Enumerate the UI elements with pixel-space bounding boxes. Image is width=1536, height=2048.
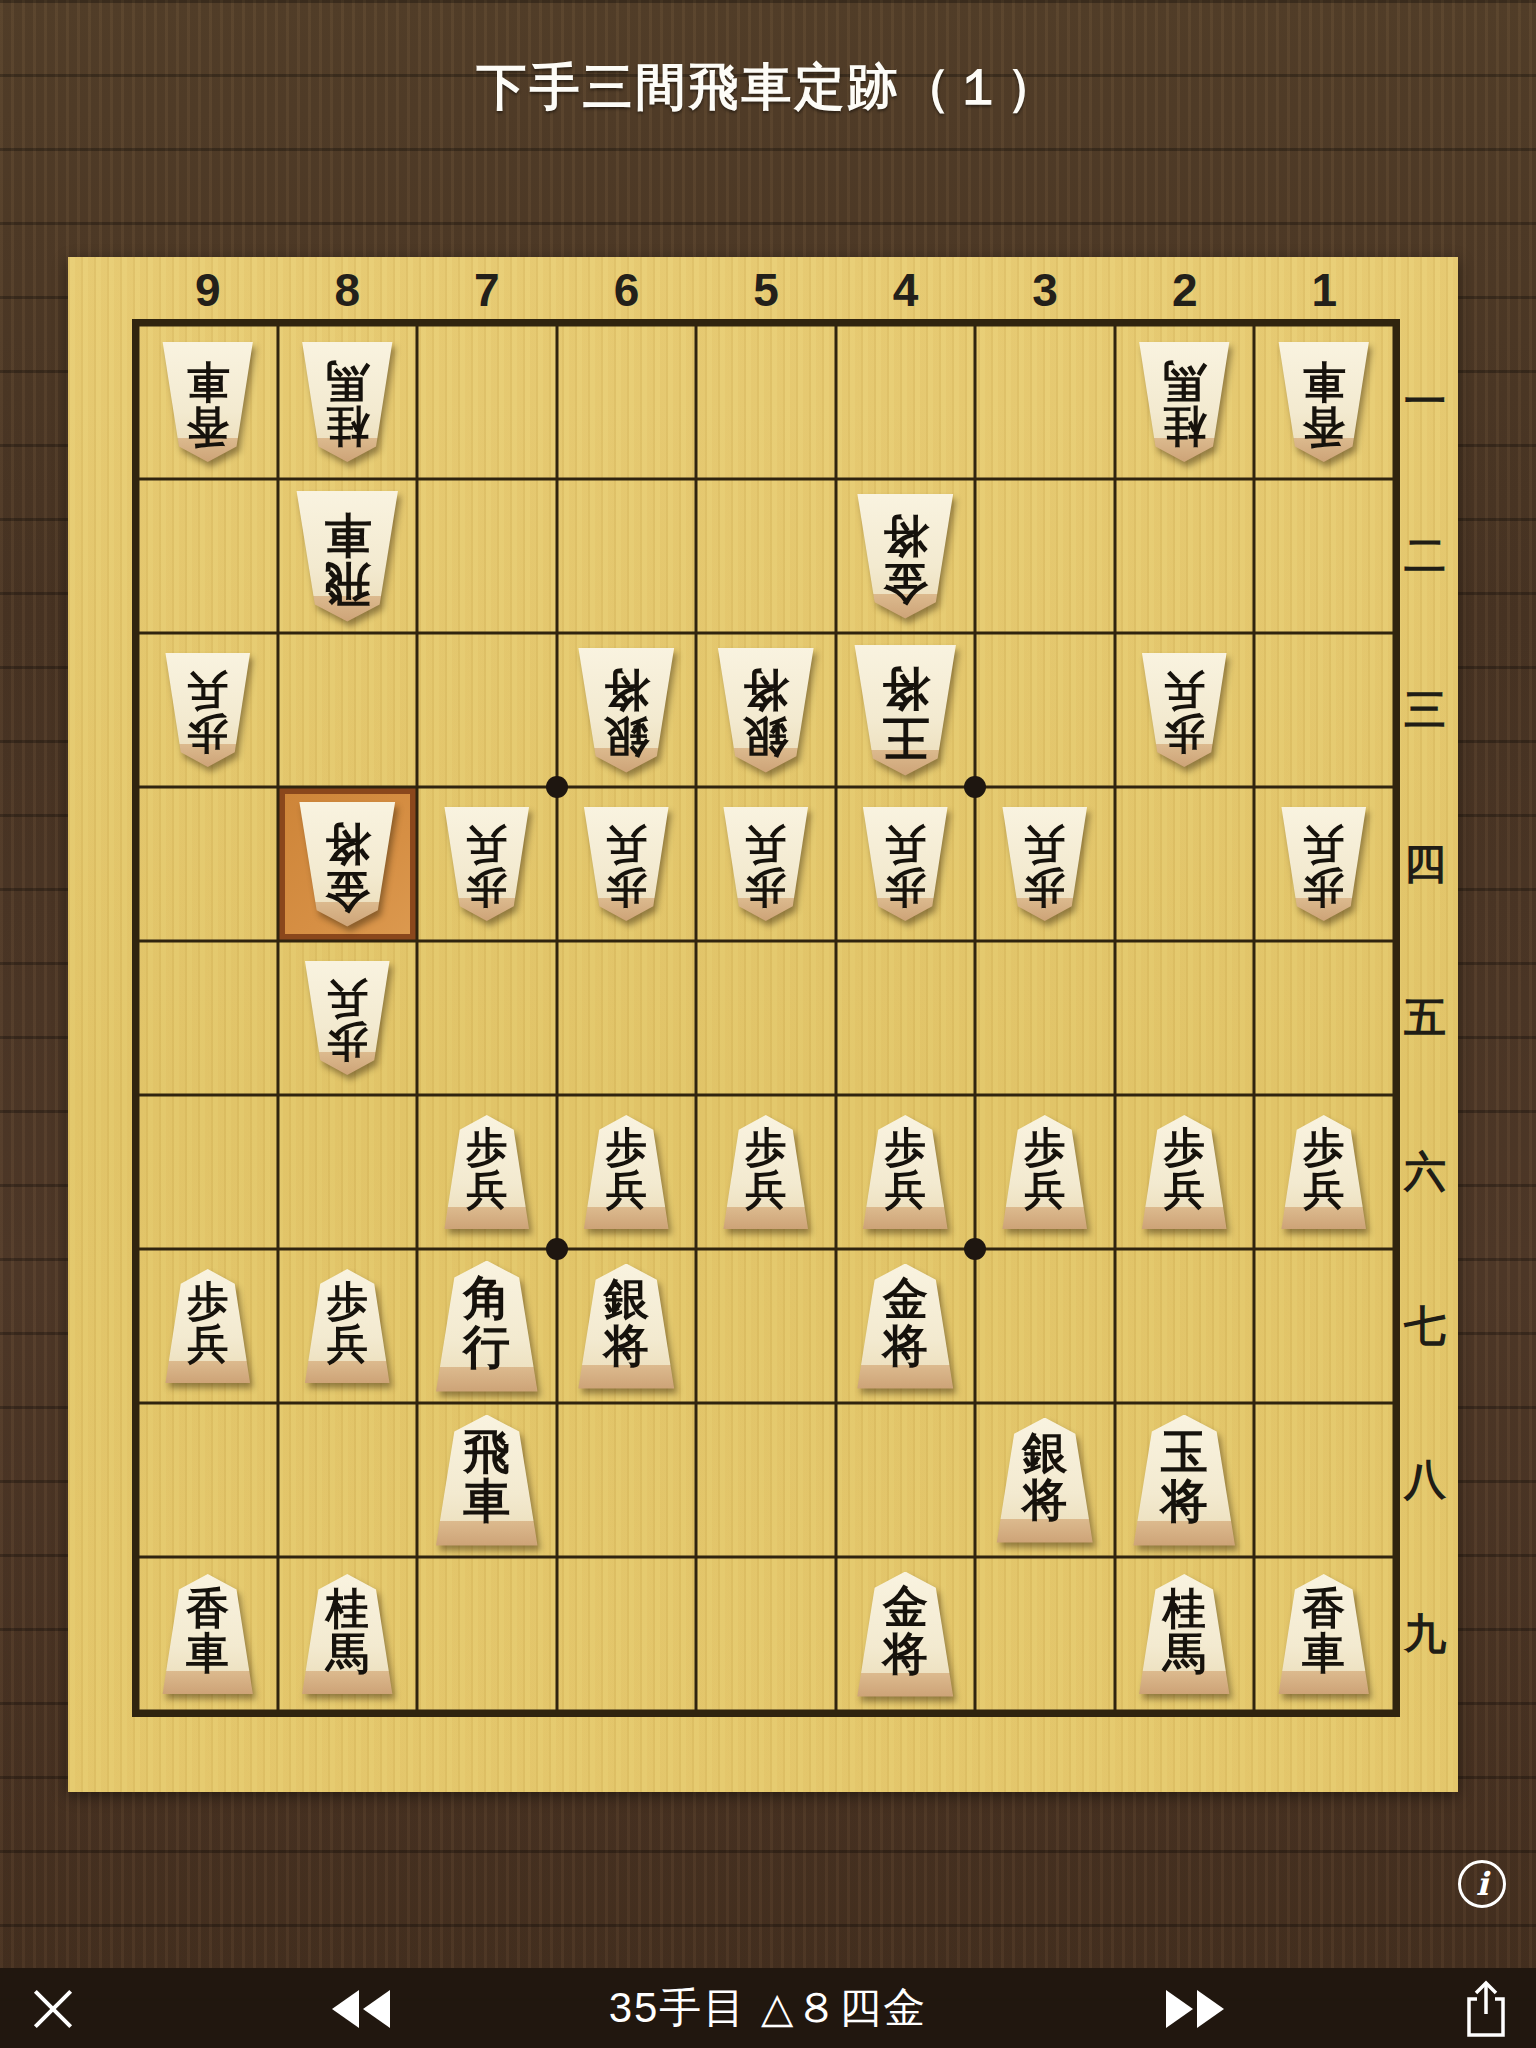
- square-4三: 王将: [836, 633, 976, 787]
- square-5三: 銀将: [696, 633, 836, 787]
- square-5二: [696, 479, 836, 633]
- file-label-4: 4: [836, 257, 976, 323]
- square-3四: 歩兵: [975, 787, 1115, 941]
- square-4五: [836, 941, 976, 1095]
- piece-kanji: 金将: [883, 512, 928, 606]
- piece-kanji: 歩兵: [745, 1126, 786, 1211]
- piece-gote-knight: 桂馬: [1136, 342, 1232, 462]
- piece-kanji: 歩兵: [466, 1126, 507, 1211]
- square-9五: [138, 941, 278, 1095]
- piece-kanji: 歩兵: [1024, 1126, 1065, 1211]
- square-1六: 歩兵: [1254, 1095, 1394, 1249]
- square-8七: 歩兵: [278, 1249, 418, 1403]
- piece-gote-gold: 金将: [296, 802, 398, 927]
- piece-kanji: 香車: [186, 360, 229, 449]
- piece-wrap: 歩兵: [1279, 807, 1369, 921]
- square-2七: [1115, 1249, 1255, 1403]
- piece-wrap: 歩兵: [163, 653, 253, 767]
- square-3三: [975, 633, 1115, 787]
- fast-forward-button[interactable]: [1166, 1990, 1224, 2028]
- piece-kanji: 金将: [325, 820, 370, 914]
- square-8四: 金将: [278, 787, 418, 941]
- piece-kanji: 飛車: [463, 1428, 510, 1526]
- square-3六: 歩兵: [975, 1095, 1115, 1249]
- square-3一: [975, 325, 1115, 479]
- square-7八: 飛車: [417, 1403, 557, 1557]
- piece-gote-silver: 銀将: [715, 648, 817, 773]
- piece-kanji: 桂馬: [1163, 360, 1206, 449]
- piece-kanji: 歩兵: [466, 824, 507, 909]
- square-5四: 歩兵: [696, 787, 836, 941]
- square-1三: [1254, 633, 1394, 787]
- fast-forward-icon: [1197, 1990, 1224, 2028]
- piece-kanji: 歩兵: [885, 1126, 926, 1211]
- square-3八: 銀将: [975, 1403, 1115, 1557]
- piece-kanji: 歩兵: [606, 1126, 647, 1211]
- file-label-6: 6: [557, 257, 697, 323]
- piece-kanji: 歩兵: [1164, 670, 1205, 755]
- square-6四: 歩兵: [557, 787, 697, 941]
- piece-kanji: 歩兵: [187, 1280, 228, 1365]
- piece-kanji: 香車: [1302, 1586, 1345, 1675]
- piece-gote-rook: 飛車: [293, 491, 401, 622]
- rank-label-六: 六: [1394, 1095, 1456, 1249]
- square-9四: [138, 787, 278, 941]
- piece-kanji: 王将: [882, 664, 929, 762]
- square-7九: [417, 1557, 557, 1711]
- square-7七: 角行: [417, 1249, 557, 1403]
- piece-sente-pawn: 歩兵: [1000, 1115, 1090, 1229]
- piece-gote-lance: 香車: [1276, 342, 1372, 462]
- piece-kanji: 金将: [883, 1276, 928, 1370]
- rank-label-四: 四: [1394, 787, 1456, 941]
- piece-gote-silver: 銀将: [575, 648, 677, 773]
- square-9一: 香車: [138, 325, 278, 479]
- square-8五: 歩兵: [278, 941, 418, 1095]
- piece-sente-king: 玉将: [1130, 1415, 1238, 1546]
- info-button[interactable]: i: [1458, 1860, 1506, 1908]
- piece-wrap: 金将: [854, 1572, 956, 1697]
- piece-wrap: 飛車: [293, 491, 401, 622]
- piece-sente-gold: 金将: [854, 1572, 956, 1697]
- square-7五: [417, 941, 557, 1095]
- rank-label-八: 八: [1394, 1403, 1456, 1557]
- square-6二: [557, 479, 697, 633]
- piece-gote-pawn: 歩兵: [581, 807, 671, 921]
- piece-sente-pawn: 歩兵: [1139, 1115, 1229, 1229]
- square-9三: 歩兵: [138, 633, 278, 787]
- piece-gote-lance: 香車: [160, 342, 256, 462]
- square-2九: 桂馬: [1115, 1557, 1255, 1711]
- square-7一: [417, 325, 557, 479]
- square-2四: [1115, 787, 1255, 941]
- piece-wrap: 歩兵: [1000, 1115, 1090, 1229]
- piece-wrap: 銀将: [575, 1264, 677, 1389]
- file-label-3: 3: [975, 257, 1115, 323]
- piece-wrap: 歩兵: [442, 1115, 532, 1229]
- square-4四: 歩兵: [836, 787, 976, 941]
- piece-kanji: 歩兵: [1303, 1126, 1344, 1211]
- square-5九: [696, 1557, 836, 1711]
- file-label-1: 1: [1255, 257, 1395, 323]
- square-5七: [696, 1249, 836, 1403]
- piece-sente-pawn: 歩兵: [163, 1269, 253, 1383]
- piece-kanji: 銀将: [604, 1276, 649, 1370]
- piece-kanji: 歩兵: [187, 670, 228, 755]
- piece-wrap: 歩兵: [1139, 653, 1229, 767]
- square-7三: [417, 633, 557, 787]
- piece-gote-pawn: 歩兵: [163, 653, 253, 767]
- piece-wrap: 王将: [851, 645, 959, 776]
- piece-wrap: 銀将: [994, 1418, 1096, 1543]
- square-8八: [278, 1403, 418, 1557]
- piece-wrap: 歩兵: [721, 1115, 811, 1229]
- square-9八: [138, 1403, 278, 1557]
- square-8九: 桂馬: [278, 1557, 418, 1711]
- piece-wrap: 香車: [160, 342, 256, 462]
- square-5一: [696, 325, 836, 479]
- piece-gote-pawn: 歩兵: [302, 961, 392, 1075]
- square-6六: 歩兵: [557, 1095, 697, 1249]
- square-2六: 歩兵: [1115, 1095, 1255, 1249]
- square-2三: 歩兵: [1115, 633, 1255, 787]
- piece-wrap: 香車: [1276, 342, 1372, 462]
- square-9九: 香車: [138, 1557, 278, 1711]
- square-4七: 金将: [836, 1249, 976, 1403]
- square-5八: [696, 1403, 836, 1557]
- square-1七: [1254, 1249, 1394, 1403]
- piece-sente-knight: 桂馬: [299, 1574, 395, 1694]
- square-2八: 玉将: [1115, 1403, 1255, 1557]
- square-3七: [975, 1249, 1115, 1403]
- piece-kanji: 玉将: [1161, 1428, 1208, 1526]
- square-4六: 歩兵: [836, 1095, 976, 1249]
- square-8六: [278, 1095, 418, 1249]
- rank-label-一: 一: [1394, 325, 1456, 479]
- file-labels: 987654321: [138, 257, 1394, 323]
- piece-wrap: 歩兵: [302, 1269, 392, 1383]
- piece-kanji: 角行: [463, 1274, 510, 1372]
- piece-wrap: 歩兵: [302, 961, 392, 1075]
- square-4八: [836, 1403, 976, 1557]
- file-label-2: 2: [1115, 257, 1255, 323]
- piece-kanji: 桂馬: [326, 360, 369, 449]
- square-1八: [1254, 1403, 1394, 1557]
- piece-gote-pawn: 歩兵: [1139, 653, 1229, 767]
- piece-wrap: 金将: [854, 1264, 956, 1389]
- file-label-8: 8: [278, 257, 418, 323]
- piece-wrap: 角行: [433, 1261, 541, 1392]
- square-5六: 歩兵: [696, 1095, 836, 1249]
- piece-gote-gold: 金将: [854, 494, 956, 619]
- square-1一: 香車: [1254, 325, 1394, 479]
- square-9二: [138, 479, 278, 633]
- piece-sente-silver: 銀将: [575, 1264, 677, 1389]
- square-1五: [1254, 941, 1394, 1095]
- square-9六: [138, 1095, 278, 1249]
- piece-wrap: 桂馬: [299, 342, 395, 462]
- piece-sente-pawn: 歩兵: [442, 1115, 532, 1229]
- file-label-7: 7: [417, 257, 557, 323]
- square-6七: 銀将: [557, 1249, 697, 1403]
- piece-sente-gold: 金将: [854, 1264, 956, 1389]
- piece-gote-pawn: 歩兵: [442, 807, 532, 921]
- piece-sente-rook: 飛車: [433, 1415, 541, 1546]
- piece-kanji: 銀将: [604, 666, 649, 760]
- square-6三: 銀将: [557, 633, 697, 787]
- rank-label-七: 七: [1394, 1249, 1456, 1403]
- piece-kanji: 銀将: [743, 666, 788, 760]
- piece-kanji: 飛車: [324, 510, 371, 608]
- piece-wrap: 桂馬: [1136, 342, 1232, 462]
- piece-kanji: 香車: [1302, 360, 1345, 449]
- piece-gote-pawn: 歩兵: [721, 807, 811, 921]
- piece-wrap: 金将: [854, 494, 956, 619]
- piece-wrap: 玉将: [1130, 1415, 1238, 1546]
- piece-wrap: 歩兵: [442, 807, 532, 921]
- piece-wrap: 歩兵: [581, 1115, 671, 1229]
- square-2一: 桂馬: [1115, 325, 1255, 479]
- piece-sente-bishop: 角行: [433, 1261, 541, 1392]
- piece-wrap: 桂馬: [1136, 1574, 1232, 1694]
- piece-sente-pawn: 歩兵: [721, 1115, 811, 1229]
- piece-kanji: 金将: [883, 1584, 928, 1678]
- square-4九: 金将: [836, 1557, 976, 1711]
- piece-kanji: 歩兵: [1164, 1126, 1205, 1211]
- piece-kanji: 歩兵: [745, 824, 786, 909]
- rank-label-二: 二: [1394, 479, 1456, 633]
- piece-wrap: 歩兵: [1279, 1115, 1369, 1229]
- piece-kanji: 歩兵: [606, 824, 647, 909]
- piece-kanji: 歩兵: [327, 1280, 368, 1365]
- square-2五: [1115, 941, 1255, 1095]
- piece-sente-knight: 桂馬: [1136, 1574, 1232, 1694]
- share-button[interactable]: [1462, 1980, 1510, 2038]
- page-title: 下手三間飛車定跡（１）: [0, 54, 1536, 121]
- piece-wrap: 銀将: [715, 648, 817, 773]
- square-1九: 香車: [1254, 1557, 1394, 1711]
- square-7四: 歩兵: [417, 787, 557, 941]
- piece-gote-pawn: 歩兵: [1279, 807, 1369, 921]
- piece-wrap: 香車: [160, 1574, 256, 1694]
- rank-label-五: 五: [1394, 941, 1456, 1095]
- board-grid: 香車桂馬桂馬香車飛車金将歩兵銀将銀将王将歩兵金将歩兵歩兵歩兵歩兵歩兵歩兵歩兵歩兵…: [138, 325, 1394, 1711]
- square-7六: 歩兵: [417, 1095, 557, 1249]
- piece-sente-silver: 銀将: [994, 1418, 1096, 1543]
- piece-wrap: 歩兵: [721, 807, 811, 921]
- square-7二: [417, 479, 557, 633]
- file-label-9: 9: [138, 257, 278, 323]
- piece-sente-lance: 香車: [1276, 1574, 1372, 1694]
- move-status: 35手目 △８四金: [0, 1968, 1536, 2048]
- piece-sente-pawn: 歩兵: [1279, 1115, 1369, 1229]
- piece-kanji: 歩兵: [885, 824, 926, 909]
- piece-kanji: 歩兵: [1024, 824, 1065, 909]
- square-8一: 桂馬: [278, 325, 418, 479]
- piece-kanji: 歩兵: [327, 978, 368, 1063]
- piece-gote-pawn: 歩兵: [1000, 807, 1090, 921]
- piece-kanji: 桂馬: [326, 1586, 369, 1675]
- square-4二: 金将: [836, 479, 976, 633]
- piece-wrap: 飛車: [433, 1415, 541, 1546]
- piece-wrap: 香車: [1276, 1574, 1372, 1694]
- piece-sente-lance: 香車: [160, 1574, 256, 1694]
- rank-label-九: 九: [1394, 1557, 1456, 1711]
- piece-kanji: 銀将: [1022, 1430, 1067, 1524]
- piece-wrap: 歩兵: [581, 807, 671, 921]
- piece-sente-pawn: 歩兵: [860, 1115, 950, 1229]
- square-6九: [557, 1557, 697, 1711]
- square-6一: [557, 325, 697, 479]
- rank-label-三: 三: [1394, 633, 1456, 787]
- square-4一: [836, 325, 976, 479]
- piece-wrap: 歩兵: [860, 807, 950, 921]
- square-5五: [696, 941, 836, 1095]
- bottom-toolbar: 35手目 △８四金: [0, 1968, 1536, 2048]
- piece-sente-pawn: 歩兵: [581, 1115, 671, 1229]
- fast-forward-icon: [1166, 1990, 1193, 2028]
- share-icon: [1462, 1980, 1510, 2038]
- piece-wrap: 金将: [296, 802, 398, 927]
- file-label-5: 5: [696, 257, 836, 323]
- piece-wrap: 歩兵: [163, 1269, 253, 1383]
- piece-kanji: 歩兵: [1303, 824, 1344, 909]
- square-9七: 歩兵: [138, 1249, 278, 1403]
- square-6五: [557, 941, 697, 1095]
- piece-wrap: 桂馬: [299, 1574, 395, 1694]
- piece-sente-pawn: 歩兵: [302, 1269, 392, 1383]
- piece-wrap: 歩兵: [1139, 1115, 1229, 1229]
- square-8二: 飛車: [278, 479, 418, 633]
- square-2二: [1115, 479, 1255, 633]
- piece-gote-knight: 桂馬: [299, 342, 395, 462]
- square-8三: [278, 633, 418, 787]
- rank-labels: 一二三四五六七八九: [1394, 325, 1456, 1711]
- piece-wrap: 銀将: [575, 648, 677, 773]
- square-1二: [1254, 479, 1394, 633]
- piece-kanji: 桂馬: [1163, 1586, 1206, 1675]
- square-3五: [975, 941, 1115, 1095]
- piece-wrap: 歩兵: [860, 1115, 950, 1229]
- piece-gote-king: 王将: [851, 645, 959, 776]
- square-1四: 歩兵: [1254, 787, 1394, 941]
- piece-wrap: 歩兵: [1000, 807, 1090, 921]
- square-3二: [975, 479, 1115, 633]
- piece-gote-pawn: 歩兵: [860, 807, 950, 921]
- piece-kanji: 香車: [186, 1586, 229, 1675]
- square-3九: [975, 1557, 1115, 1711]
- square-6八: [557, 1403, 697, 1557]
